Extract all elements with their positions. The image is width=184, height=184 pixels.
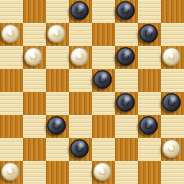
square-c4 [46, 92, 69, 115]
square-h4[interactable] [161, 92, 184, 115]
square-g3[interactable] [138, 115, 161, 138]
square-e7[interactable] [92, 23, 115, 46]
black-checker-f6[interactable] [116, 47, 135, 66]
square-a2 [0, 138, 23, 161]
square-d1 [69, 161, 92, 184]
white-checker-h2[interactable] [162, 139, 181, 158]
square-a6 [0, 46, 23, 69]
square-g7[interactable] [138, 23, 161, 46]
square-d7 [69, 23, 92, 46]
square-e1[interactable] [92, 161, 115, 184]
white-checker-b6[interactable] [24, 47, 43, 66]
checkers-board [0, 0, 184, 184]
square-h8[interactable] [161, 0, 184, 23]
square-a4 [0, 92, 23, 115]
square-b8[interactable] [23, 0, 46, 23]
square-b3 [23, 115, 46, 138]
game-window [0, 0, 184, 184]
square-g2 [138, 138, 161, 161]
white-checker-c7[interactable] [47, 24, 66, 43]
square-f4[interactable] [115, 92, 138, 115]
square-a5[interactable] [0, 69, 23, 92]
square-g8 [138, 0, 161, 23]
square-h6[interactable] [161, 46, 184, 69]
white-checker-a1[interactable] [1, 162, 20, 181]
square-g1[interactable] [138, 161, 161, 184]
square-b4[interactable] [23, 92, 46, 115]
black-checker-d2[interactable] [70, 139, 89, 158]
square-h7 [161, 23, 184, 46]
square-b2[interactable] [23, 138, 46, 161]
square-c8 [46, 0, 69, 23]
square-f3 [115, 115, 138, 138]
square-d5 [69, 69, 92, 92]
square-a8 [0, 0, 23, 23]
square-f1 [115, 161, 138, 184]
black-checker-g7[interactable] [139, 24, 158, 43]
square-f6[interactable] [115, 46, 138, 69]
white-checker-a7[interactable] [1, 24, 20, 43]
square-e8 [92, 0, 115, 23]
black-checker-e5[interactable] [93, 70, 112, 89]
square-g6 [138, 46, 161, 69]
square-c1[interactable] [46, 161, 69, 184]
white-checker-e1[interactable] [93, 162, 112, 181]
black-checker-g3[interactable] [139, 116, 158, 135]
black-checker-f8[interactable] [116, 1, 135, 20]
square-h2[interactable] [161, 138, 184, 161]
black-checker-h4[interactable] [162, 93, 181, 112]
square-c2 [46, 138, 69, 161]
square-d8[interactable] [69, 0, 92, 23]
square-d4[interactable] [69, 92, 92, 115]
square-b6[interactable] [23, 46, 46, 69]
square-f5 [115, 69, 138, 92]
square-h5 [161, 69, 184, 92]
square-a3[interactable] [0, 115, 23, 138]
black-checker-c3[interactable] [47, 116, 66, 135]
black-checker-d8[interactable] [70, 1, 89, 20]
square-h1 [161, 161, 184, 184]
square-d3 [69, 115, 92, 138]
square-a7[interactable] [0, 23, 23, 46]
square-b5 [23, 69, 46, 92]
square-g4 [138, 92, 161, 115]
square-d2[interactable] [69, 138, 92, 161]
square-f7 [115, 23, 138, 46]
square-e6 [92, 46, 115, 69]
square-d6[interactable] [69, 46, 92, 69]
black-checker-f4[interactable] [116, 93, 135, 112]
square-f2[interactable] [115, 138, 138, 161]
square-b1 [23, 161, 46, 184]
square-e3[interactable] [92, 115, 115, 138]
square-b7 [23, 23, 46, 46]
square-e4 [92, 92, 115, 115]
square-e5[interactable] [92, 69, 115, 92]
square-c3[interactable] [46, 115, 69, 138]
square-f8[interactable] [115, 0, 138, 23]
white-checker-d6[interactable] [70, 47, 89, 66]
square-e2 [92, 138, 115, 161]
white-checker-h6[interactable] [162, 47, 181, 66]
square-h3 [161, 115, 184, 138]
square-a1[interactable] [0, 161, 23, 184]
square-c7[interactable] [46, 23, 69, 46]
square-c6 [46, 46, 69, 69]
square-c5[interactable] [46, 69, 69, 92]
square-g5[interactable] [138, 69, 161, 92]
